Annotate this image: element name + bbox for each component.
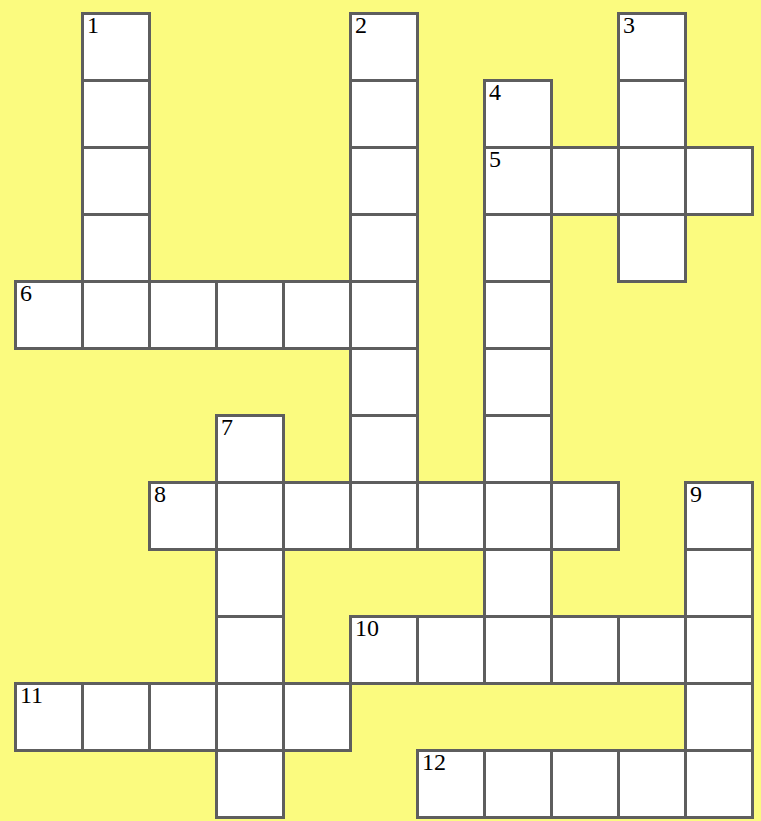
- cell-r11c6[interactable]: 12: [416, 749, 486, 819]
- cell-r11c8[interactable]: [550, 749, 620, 819]
- cell-r5c5[interactable]: [349, 347, 419, 417]
- cell-r3c7[interactable]: [483, 213, 553, 283]
- cell-r2c8[interactable]: [550, 146, 620, 216]
- cell-r2c1[interactable]: [81, 146, 151, 216]
- cell-r6c5[interactable]: [349, 414, 419, 484]
- cell-r7c8[interactable]: [550, 481, 620, 551]
- cell-r4c1[interactable]: [81, 280, 151, 350]
- cell-r9c6[interactable]: [416, 615, 486, 685]
- clue-number-7: 7: [221, 414, 233, 442]
- cell-r4c7[interactable]: [483, 280, 553, 350]
- cell-r4c2[interactable]: [148, 280, 218, 350]
- cell-r1c1[interactable]: [81, 79, 151, 149]
- cell-r3c1[interactable]: [81, 213, 151, 283]
- cell-r10c3[interactable]: [215, 682, 285, 752]
- cell-r0c5[interactable]: 2: [349, 12, 419, 82]
- cell-r7c5[interactable]: [349, 481, 419, 551]
- clue-number-4: 4: [489, 79, 501, 107]
- clue-number-5: 5: [489, 146, 501, 174]
- cell-r4c3[interactable]: [215, 280, 285, 350]
- cell-r11c3[interactable]: [215, 749, 285, 819]
- cell-r4c5[interactable]: [349, 280, 419, 350]
- cell-r0c1[interactable]: 1: [81, 12, 151, 82]
- cell-r10c10[interactable]: [684, 682, 754, 752]
- cell-r2c10[interactable]: [684, 146, 754, 216]
- cell-r6c7[interactable]: [483, 414, 553, 484]
- cell-r9c8[interactable]: [550, 615, 620, 685]
- cell-r10c1[interactable]: [81, 682, 151, 752]
- cell-r8c7[interactable]: [483, 548, 553, 618]
- cell-r2c9[interactable]: [617, 146, 687, 216]
- cell-r7c6[interactable]: [416, 481, 486, 551]
- cell-r9c9[interactable]: [617, 615, 687, 685]
- cell-r1c9[interactable]: [617, 79, 687, 149]
- clue-number-6: 6: [20, 280, 32, 308]
- cell-r2c7[interactable]: 5: [483, 146, 553, 216]
- cell-r7c3[interactable]: [215, 481, 285, 551]
- crossword-page: 123456789101112: [0, 0, 761, 821]
- cell-r11c10[interactable]: [684, 749, 754, 819]
- crossword-grid: 123456789101112: [14, 12, 754, 819]
- cell-r11c7[interactable]: [483, 749, 553, 819]
- cell-r7c10[interactable]: 9: [684, 481, 754, 551]
- cell-r10c0[interactable]: 11: [14, 682, 84, 752]
- cell-r9c7[interactable]: [483, 615, 553, 685]
- cell-r7c7[interactable]: [483, 481, 553, 551]
- cell-r6c3[interactable]: 7: [215, 414, 285, 484]
- cell-r5c7[interactable]: [483, 347, 553, 417]
- cell-r3c5[interactable]: [349, 213, 419, 283]
- cell-r9c10[interactable]: [684, 615, 754, 685]
- clue-number-9: 9: [690, 481, 702, 509]
- cell-r0c9[interactable]: 3: [617, 12, 687, 82]
- cell-r1c7[interactable]: 4: [483, 79, 553, 149]
- clue-number-11: 11: [20, 682, 43, 710]
- clue-number-3: 3: [623, 12, 635, 40]
- cell-r7c4[interactable]: [282, 481, 352, 551]
- cell-r4c0[interactable]: 6: [14, 280, 84, 350]
- cell-r1c5[interactable]: [349, 79, 419, 149]
- cell-r7c2[interactable]: 8: [148, 481, 218, 551]
- cell-r10c2[interactable]: [148, 682, 218, 752]
- cell-r8c3[interactable]: [215, 548, 285, 618]
- clue-number-10: 10: [355, 615, 379, 643]
- cell-r9c5[interactable]: 10: [349, 615, 419, 685]
- clue-number-1: 1: [87, 12, 99, 40]
- cell-r9c3[interactable]: [215, 615, 285, 685]
- cell-r2c5[interactable]: [349, 146, 419, 216]
- clue-number-12: 12: [422, 749, 446, 777]
- cell-r8c10[interactable]: [684, 548, 754, 618]
- cell-r3c9[interactable]: [617, 213, 687, 283]
- cell-r10c4[interactable]: [282, 682, 352, 752]
- cell-r4c4[interactable]: [282, 280, 352, 350]
- clue-number-2: 2: [355, 12, 367, 40]
- clue-number-8: 8: [154, 481, 166, 509]
- cell-r11c9[interactable]: [617, 749, 687, 819]
